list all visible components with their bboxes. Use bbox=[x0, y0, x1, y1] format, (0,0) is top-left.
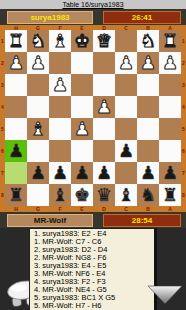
black-clock-time: 28:54 bbox=[132, 216, 152, 225]
square-e1[interactable]: ♚ bbox=[71, 30, 93, 52]
square-f3[interactable]: ♟ bbox=[49, 74, 71, 96]
board-grid: ♜♞♝♚♛♞♜♟♟♟♟♟♟♟♝♟♟♟♟♟♟♟♟♟♜♝♚♛♝♞♜ bbox=[5, 30, 181, 206]
piece-wQ-d1: ♛ bbox=[93, 30, 115, 52]
square-e8[interactable]: ♚ bbox=[71, 184, 93, 206]
square-b1[interactable]: ♞ bbox=[137, 30, 159, 52]
square-b8[interactable]: ♞ bbox=[137, 184, 159, 206]
bottom-player-bar: MR-Wolf 28:54 bbox=[0, 212, 186, 228]
square-g7[interactable]: ♟ bbox=[27, 162, 49, 184]
move-list[interactable]: 1. surya1983: E2 - E41. MR-Wolf: C7 - C6… bbox=[29, 228, 157, 310]
piece-wP-g2: ♟ bbox=[27, 52, 49, 74]
square-d3[interactable] bbox=[93, 74, 115, 96]
chess-board: HGFEDCBA 12345678 12345678 HGFEDCBA ♜♞♝♚… bbox=[0, 25, 186, 212]
square-c6[interactable]: ♟ bbox=[115, 140, 137, 162]
coordinate-label: 4 bbox=[181, 96, 186, 118]
piece-wP-d4: ♟ bbox=[93, 96, 115, 118]
white-player-name-box: surya1983 bbox=[7, 11, 93, 24]
piece-bQ-d8: ♛ bbox=[93, 184, 115, 206]
coordinate-label: 1 bbox=[181, 30, 186, 52]
piece-wB-f1: ♝ bbox=[49, 30, 71, 52]
piece-wB-g5: ♝ bbox=[27, 118, 49, 140]
square-d6[interactable] bbox=[93, 140, 115, 162]
square-a4[interactable] bbox=[159, 96, 181, 118]
square-e7[interactable]: ♟ bbox=[71, 162, 93, 184]
piece-wR-a1: ♜ bbox=[159, 30, 181, 52]
square-g5[interactable]: ♝ bbox=[27, 118, 49, 140]
square-f1[interactable]: ♝ bbox=[49, 30, 71, 52]
square-d5[interactable] bbox=[93, 118, 115, 140]
square-f2[interactable] bbox=[49, 52, 71, 74]
coordinate-label: 8 bbox=[181, 184, 186, 206]
coordinate-label: 7 bbox=[181, 162, 186, 184]
coordinate-label: 2 bbox=[181, 52, 186, 74]
square-a3[interactable] bbox=[159, 74, 181, 96]
coordinate-label: E bbox=[71, 206, 93, 212]
coordinate-label: 6 bbox=[181, 140, 186, 162]
square-e3[interactable] bbox=[71, 74, 93, 96]
square-g4[interactable] bbox=[27, 96, 49, 118]
square-d1[interactable]: ♛ bbox=[93, 30, 115, 52]
black-player-name: MR-Wolf bbox=[34, 216, 66, 225]
piece-wP-h2: ♟ bbox=[5, 52, 27, 74]
square-b6[interactable] bbox=[137, 140, 159, 162]
move-entry: 5. MR-Wolf: H7 - H6 bbox=[34, 302, 154, 310]
piece-wP-a2: ♟ bbox=[159, 52, 181, 74]
square-f8[interactable]: ♝ bbox=[49, 184, 71, 206]
square-h3[interactable] bbox=[5, 74, 27, 96]
white-player-clock: 26:41 bbox=[103, 11, 181, 24]
square-a8[interactable]: ♜ bbox=[159, 184, 181, 206]
piece-wN-g1: ♞ bbox=[27, 30, 49, 52]
square-e6[interactable] bbox=[71, 140, 93, 162]
coordinate-label: 3 bbox=[181, 74, 186, 96]
square-a2[interactable]: ♟ bbox=[159, 52, 181, 74]
square-a5[interactable] bbox=[159, 118, 181, 140]
square-d4[interactable]: ♟ bbox=[93, 96, 115, 118]
white-clock-time: 26:41 bbox=[132, 13, 152, 22]
square-b4[interactable] bbox=[137, 96, 159, 118]
piece-bB-f8: ♝ bbox=[49, 184, 71, 206]
square-g1[interactable]: ♞ bbox=[27, 30, 49, 52]
square-f4[interactable] bbox=[49, 96, 71, 118]
square-d7[interactable]: ♟ bbox=[93, 162, 115, 184]
square-d8[interactable]: ♛ bbox=[93, 184, 115, 206]
square-f6[interactable] bbox=[49, 140, 71, 162]
chess-app: Table 16/surya1983 surya1983 26:41 HGFED… bbox=[0, 0, 186, 310]
square-b3[interactable] bbox=[137, 74, 159, 96]
square-g8[interactable] bbox=[27, 184, 49, 206]
file-labels-bottom: HGFEDCBA bbox=[5, 206, 181, 212]
piece-bP-h6: ♟ bbox=[5, 140, 27, 162]
coordinate-label: H bbox=[5, 206, 27, 212]
square-f7[interactable]: ♟ bbox=[49, 162, 71, 184]
square-h1[interactable]: ♜ bbox=[5, 30, 27, 52]
coordinate-label: F bbox=[49, 206, 71, 212]
square-g6[interactable] bbox=[27, 140, 49, 162]
window-title: Table 16/surya1983 bbox=[62, 0, 123, 9]
coordinate-label: G bbox=[27, 206, 49, 212]
rank-labels-right: 12345678 bbox=[181, 30, 186, 206]
square-c4[interactable] bbox=[115, 96, 137, 118]
bottom-panel: 1. surya1983: E2 - E41. MR-Wolf: C7 - C6… bbox=[0, 228, 186, 310]
piece-bP-g7: ♟ bbox=[27, 162, 49, 184]
square-h5[interactable] bbox=[5, 118, 27, 140]
black-player-clock: 28:54 bbox=[103, 214, 181, 227]
piece-bN-b8: ♞ bbox=[137, 184, 159, 206]
square-d2[interactable] bbox=[93, 52, 115, 74]
piece-bP-e7: ♟ bbox=[71, 162, 93, 184]
coordinate-label: 5 bbox=[181, 118, 186, 140]
square-h6[interactable]: ♟ bbox=[5, 140, 27, 162]
square-c3[interactable] bbox=[115, 74, 137, 96]
piece-wP-b2: ♟ bbox=[137, 52, 159, 74]
white-player-name: surya1983 bbox=[30, 13, 69, 22]
piece-bP-d7: ♟ bbox=[93, 162, 115, 184]
piece-bP-c6: ♟ bbox=[115, 140, 137, 162]
square-c2[interactable]: ♟ bbox=[115, 52, 137, 74]
square-g2[interactable]: ♟ bbox=[27, 52, 49, 74]
piece-wN-b1: ♞ bbox=[137, 30, 159, 52]
piece-wK-e1: ♚ bbox=[71, 30, 93, 52]
piece-bP-f7: ♟ bbox=[49, 162, 71, 184]
coordinate-label: A bbox=[159, 206, 181, 212]
coordinate-label: B bbox=[137, 206, 159, 212]
square-e5[interactable]: ♟ bbox=[71, 118, 93, 140]
square-b7[interactable]: ♟ bbox=[137, 162, 159, 184]
coordinate-label: D bbox=[93, 206, 115, 212]
top-player-bar: surya1983 26:41 bbox=[0, 9, 186, 25]
piece-bB-c8: ♝ bbox=[115, 184, 137, 206]
square-a7[interactable]: ♟ bbox=[159, 162, 181, 184]
piece-wP-f3: ♟ bbox=[49, 74, 71, 96]
piece-bK-e8: ♚ bbox=[71, 184, 93, 206]
square-h8[interactable]: ♜ bbox=[5, 184, 27, 206]
piece-wP-e5: ♟ bbox=[71, 118, 93, 140]
piece-bR-a8: ♜ bbox=[159, 184, 181, 206]
square-h4[interactable] bbox=[5, 96, 27, 118]
piece-wP-c2: ♟ bbox=[115, 52, 137, 74]
scroll-down-icon[interactable] bbox=[147, 284, 183, 306]
square-c5[interactable] bbox=[115, 118, 137, 140]
piece-bP-a7: ♟ bbox=[159, 162, 181, 184]
coordinate-label: C bbox=[115, 206, 137, 212]
square-a1[interactable]: ♜ bbox=[159, 30, 181, 52]
piece-bR-h8: ♜ bbox=[5, 184, 27, 206]
square-c8[interactable]: ♝ bbox=[115, 184, 137, 206]
square-b2[interactable]: ♟ bbox=[137, 52, 159, 74]
square-e2[interactable] bbox=[71, 52, 93, 74]
black-player-name-box: MR-Wolf bbox=[7, 214, 93, 227]
square-c1[interactable] bbox=[115, 30, 137, 52]
piece-wR-h1: ♜ bbox=[5, 30, 27, 52]
title-bar: Table 16/surya1983 bbox=[0, 0, 186, 9]
square-f5[interactable] bbox=[49, 118, 71, 140]
square-h2[interactable]: ♟ bbox=[5, 52, 27, 74]
square-g3[interactable] bbox=[27, 74, 49, 96]
square-c7[interactable] bbox=[115, 162, 137, 184]
square-a6[interactable] bbox=[159, 140, 181, 162]
square-h7[interactable] bbox=[5, 162, 27, 184]
piece-bP-b7: ♟ bbox=[137, 162, 159, 184]
square-b5[interactable] bbox=[137, 118, 159, 140]
square-e4[interactable] bbox=[71, 96, 93, 118]
